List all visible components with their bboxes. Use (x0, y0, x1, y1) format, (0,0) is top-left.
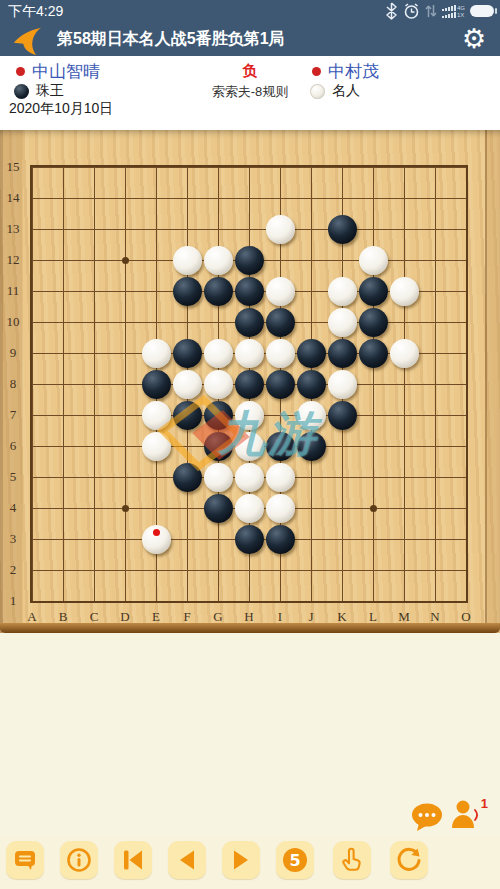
board-point-I6[interactable] (265, 431, 296, 462)
contacts-button[interactable]: 1 (450, 798, 488, 834)
board-point-H3[interactable] (234, 524, 265, 555)
jump-five-label: 5 (289, 851, 300, 870)
black-stone[interactable] (173, 463, 202, 492)
board-point-I13[interactable] (265, 214, 296, 245)
right-triangle-icon (229, 848, 253, 872)
info-circle-icon (66, 847, 92, 873)
white-stone[interactable] (204, 339, 233, 368)
board-point-J9[interactable] (296, 338, 327, 369)
board-point-H8[interactable] (234, 369, 265, 400)
white-stone[interactable] (266, 277, 295, 306)
rule-label: 索索夫-8规则 (0, 83, 500, 101)
board-point-F11[interactable] (172, 276, 203, 307)
black-stone[interactable] (235, 277, 264, 306)
bluetooth-icon (385, 2, 398, 20)
board-point-M11[interactable] (389, 276, 420, 307)
board-point-F8[interactable] (172, 369, 203, 400)
white-stone-icon (310, 84, 325, 99)
white-stone[interactable] (142, 525, 171, 554)
restart-button[interactable] (390, 841, 428, 879)
white-stone[interactable] (328, 370, 357, 399)
black-stone[interactable] (359, 339, 388, 368)
black-stone[interactable] (173, 277, 202, 306)
board-point-H11[interactable] (234, 276, 265, 307)
board-point-G12[interactable] (203, 245, 234, 276)
gear-icon: ⚙ (462, 23, 486, 54)
white-stone[interactable] (204, 370, 233, 399)
clock-time: 下午4:29 (8, 0, 63, 22)
board-point-K9[interactable] (327, 338, 358, 369)
app-screen: 下午4:29 4G 1X (0, 0, 500, 889)
white-stone[interactable] (266, 494, 295, 523)
black-stone[interactable] (328, 215, 357, 244)
board-point-H10[interactable] (234, 307, 265, 338)
white-player-row: 中村茂 (312, 60, 379, 83)
white-stone[interactable] (235, 432, 264, 461)
page-title: 第58期日本名人战5番胜负第1局 (57, 22, 427, 55)
status-bar: 下午4:29 4G 1X (0, 0, 500, 22)
alarm-clock-icon (403, 2, 420, 20)
jump-five-button[interactable]: 5 (276, 841, 314, 879)
comment-button[interactable] (6, 841, 44, 879)
black-stone[interactable] (297, 370, 326, 399)
match-info-panel: 中山智晴 珠王 负 索索夫-8规则 2020年10月10日 中村茂 名人 (0, 56, 500, 130)
circular-arrow-icon (396, 847, 422, 873)
black-stone[interactable] (328, 339, 357, 368)
board-point-I5[interactable] (265, 462, 296, 493)
black-stone[interactable] (173, 401, 202, 430)
white-stone[interactable] (266, 463, 295, 492)
board-point-E7[interactable] (141, 400, 172, 431)
black-stone[interactable] (204, 494, 233, 523)
data-arrows-icon (425, 3, 437, 19)
board-point-L9[interactable] (358, 338, 389, 369)
black-stone[interactable] (204, 401, 233, 430)
black-stone[interactable] (359, 277, 388, 306)
white-stone[interactable] (359, 246, 388, 275)
status-icons: 4G 1X (385, 0, 494, 22)
board-point-F5[interactable] (172, 462, 203, 493)
board-point-G11[interactable] (203, 276, 234, 307)
last-move-marker (153, 529, 160, 536)
board-point-I4[interactable] (265, 493, 296, 524)
info-button[interactable] (60, 841, 98, 879)
black-stone[interactable] (297, 432, 326, 461)
white-stone[interactable] (390, 339, 419, 368)
white-stone[interactable] (235, 463, 264, 492)
board-point-E3[interactable] (141, 524, 172, 555)
left-triangle-icon (175, 848, 199, 872)
board-point-G7[interactable] (203, 400, 234, 431)
black-stone[interactable] (328, 401, 357, 430)
black-stone[interactable] (297, 339, 326, 368)
game-date: 2020年10月10日 (9, 100, 113, 118)
board-point-K7[interactable] (327, 400, 358, 431)
board-point-K11[interactable] (327, 276, 358, 307)
stone-layer[interactable] (17, 152, 482, 617)
try-play-button[interactable] (333, 841, 371, 879)
back-button[interactable] (10, 25, 44, 55)
chat-button[interactable] (410, 802, 444, 834)
previous-move-button[interactable] (168, 841, 206, 879)
black-stone[interactable] (266, 525, 295, 554)
signal-label-1x: 1X (457, 12, 464, 18)
black-stone[interactable] (204, 432, 233, 461)
board-point-K8[interactable] (327, 369, 358, 400)
board-point-J8[interactable] (296, 369, 327, 400)
black-stone[interactable] (359, 308, 388, 337)
board-point-F7[interactable] (172, 400, 203, 431)
white-stone[interactable] (235, 494, 264, 523)
board-point-H6[interactable] (234, 431, 265, 462)
board-point-J7[interactable] (296, 400, 327, 431)
board-point-I3[interactable] (265, 524, 296, 555)
black-stone[interactable] (235, 246, 264, 275)
signal-label-4g: 4G (457, 5, 465, 11)
white-stone[interactable] (173, 370, 202, 399)
black-stone[interactable] (235, 308, 264, 337)
board-point-G8[interactable] (203, 369, 234, 400)
black-stone[interactable] (266, 370, 295, 399)
skip-to-start-icon (121, 848, 145, 872)
board-point-H4[interactable] (234, 493, 265, 524)
title-bar: 第58期日本名人战5番胜负第1局 ⚙ (0, 22, 500, 56)
board-point-E6[interactable] (141, 431, 172, 462)
bottom-toolbar: 5 (0, 836, 500, 889)
board-point-K10[interactable] (327, 307, 358, 338)
white-stone[interactable] (235, 401, 264, 430)
black-stone[interactable] (173, 339, 202, 368)
white-stone[interactable] (142, 401, 171, 430)
dual-signal-icon: 4G 1X (442, 5, 465, 18)
board-bottom-edge (0, 623, 500, 633)
board-point-L11[interactable] (358, 276, 389, 307)
board-point-J6[interactable] (296, 431, 327, 462)
board-point-I10[interactable] (265, 307, 296, 338)
black-stone[interactable] (142, 370, 171, 399)
board-point-I8[interactable] (265, 369, 296, 400)
person-icon (450, 798, 480, 830)
board-point-F9[interactable] (172, 338, 203, 369)
white-stone[interactable] (204, 463, 233, 492)
board-point-G9[interactable] (203, 338, 234, 369)
white-stone[interactable] (297, 401, 326, 430)
board-point-E9[interactable] (141, 338, 172, 369)
black-stone[interactable] (266, 308, 295, 337)
board-point-M9[interactable] (389, 338, 420, 369)
pointing-hand-icon (339, 847, 365, 873)
white-stone[interactable] (173, 246, 202, 275)
black-stone[interactable] (235, 525, 264, 554)
board-point-H12[interactable] (234, 245, 265, 276)
white-player-title: 名人 (332, 82, 360, 100)
skip-to-start-button[interactable] (114, 841, 152, 879)
board-point-H5[interactable] (234, 462, 265, 493)
speech-bubble-lines-icon (13, 848, 37, 872)
game-result: 负 (0, 62, 500, 81)
back-arrow-icon (10, 25, 44, 55)
board-point-I11[interactable] (265, 276, 296, 307)
goban-board[interactable]: 151413121110987654321 ABCDEFGHIJKLMNO 九游 (0, 130, 500, 633)
white-stone[interactable] (328, 277, 357, 306)
black-stone[interactable] (204, 277, 233, 306)
white-stone[interactable] (142, 432, 171, 461)
white-stone[interactable] (204, 246, 233, 275)
settings-button[interactable]: ⚙ (458, 23, 490, 55)
white-stone[interactable] (266, 215, 295, 244)
red-dot-icon (312, 67, 321, 76)
white-stone[interactable] (390, 277, 419, 306)
board-point-L12[interactable] (358, 245, 389, 276)
board-point-G5[interactable] (203, 462, 234, 493)
board-point-L10[interactable] (358, 307, 389, 338)
board-point-I9[interactable] (265, 338, 296, 369)
circled-five-icon: 5 (282, 847, 308, 873)
black-stone[interactable] (235, 370, 264, 399)
board-point-G4[interactable] (203, 493, 234, 524)
white-stone[interactable] (328, 308, 357, 337)
white-player-title-row: 名人 (310, 82, 360, 100)
white-stone[interactable] (142, 339, 171, 368)
battery-icon (470, 5, 494, 17)
board-point-E8[interactable] (141, 369, 172, 400)
board-point-H9[interactable] (234, 338, 265, 369)
board-point-K13[interactable] (327, 214, 358, 245)
board-point-G6[interactable] (203, 431, 234, 462)
white-player-name: 中村茂 (328, 60, 379, 83)
unread-badge: 1 (481, 796, 488, 811)
white-stone[interactable] (235, 339, 264, 368)
board-point-H7[interactable] (234, 400, 265, 431)
black-stone[interactable] (266, 432, 295, 461)
next-move-button[interactable] (222, 841, 260, 879)
board-point-F12[interactable] (172, 245, 203, 276)
white-stone[interactable] (266, 339, 295, 368)
chat-bubble-dots-icon (410, 802, 444, 834)
